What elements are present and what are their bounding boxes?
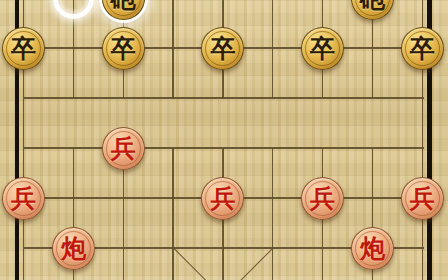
- piece-red-soldier[interactable]: 兵: [2, 177, 45, 220]
- piece-black-cannon[interactable]: 砲: [102, 0, 145, 20]
- last-move-from-marker: [53, 0, 94, 19]
- piece-red-soldier[interactable]: 兵: [201, 177, 244, 220]
- piece-black-cannon[interactable]: 砲: [351, 0, 394, 20]
- xiangqi-board[interactable]: 砲砲卒卒卒卒卒兵兵兵兵兵炮炮: [0, 0, 448, 280]
- piece-red-cannon[interactable]: 炮: [52, 227, 95, 270]
- piece-red-soldier[interactable]: 兵: [102, 127, 145, 170]
- piece-red-cannon[interactable]: 炮: [351, 227, 394, 270]
- piece-black-soldier[interactable]: 卒: [401, 27, 444, 70]
- piece-black-soldier[interactable]: 卒: [2, 27, 45, 70]
- piece-red-soldier[interactable]: 兵: [301, 177, 344, 220]
- piece-red-soldier[interactable]: 兵: [401, 177, 444, 220]
- piece-black-soldier[interactable]: 卒: [201, 27, 244, 70]
- piece-black-soldier[interactable]: 卒: [301, 27, 344, 70]
- piece-black-soldier[interactable]: 卒: [102, 27, 145, 70]
- piece-layer: 砲砲卒卒卒卒卒兵兵兵兵兵炮炮: [0, 0, 447, 273]
